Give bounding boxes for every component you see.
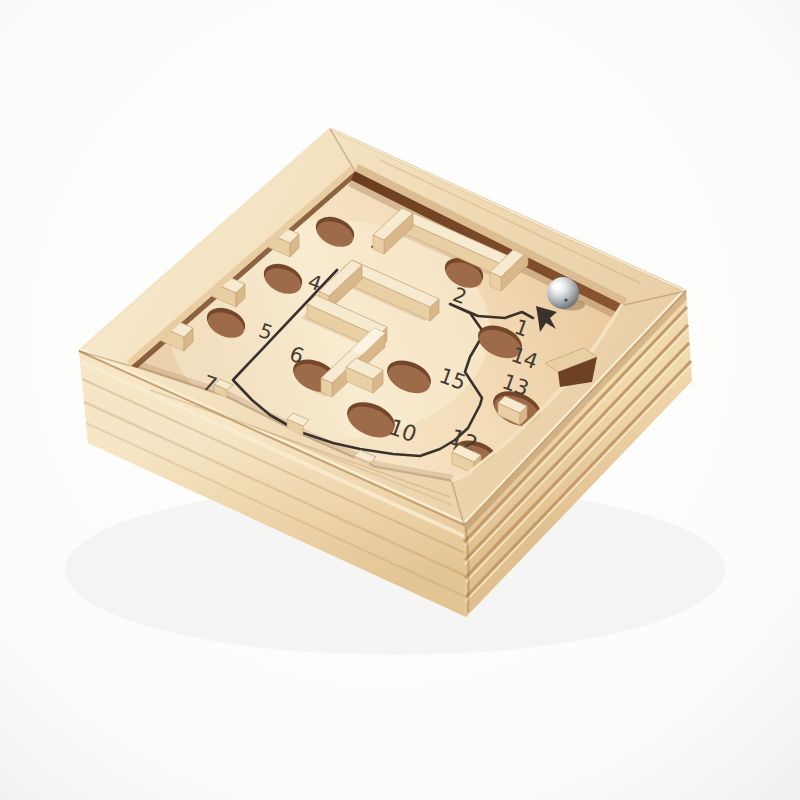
labyrinth-scene: 1 2 3 4 5 6 7 10 12 13 14 15	[0, 0, 800, 800]
steel-ball	[547, 277, 579, 309]
product-photo-wooden-labyrinth: 1 2 3 4 5 6 7 10 12 13 14 15	[0, 0, 800, 800]
